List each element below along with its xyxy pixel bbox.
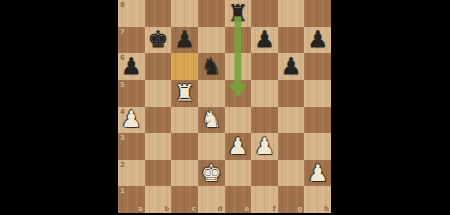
square-c2[interactable] — [171, 160, 198, 187]
square-g8[interactable] — [278, 0, 305, 27]
square-b6[interactable] — [145, 53, 172, 80]
square-b4[interactable] — [145, 107, 172, 134]
rank-label-7: 7 — [120, 28, 125, 36]
square-b8[interactable] — [145, 0, 172, 27]
square-g6[interactable]: ♟ — [278, 53, 305, 80]
square-e6[interactable] — [225, 53, 252, 80]
rank-label-2: 2 — [120, 161, 125, 169]
rank-label-5: 5 — [120, 81, 125, 89]
square-a4[interactable]: 4♟ — [118, 107, 145, 134]
file-label-d: d — [217, 205, 222, 213]
square-g3[interactable] — [278, 133, 305, 160]
black-pawn[interactable]: ♟ — [118, 53, 145, 80]
square-d4[interactable]: ♞ — [198, 107, 225, 134]
square-h1[interactable]: h — [304, 186, 331, 213]
file-label-e: e — [244, 205, 249, 213]
file-label-c: c — [192, 205, 196, 213]
file-label-f: f — [273, 205, 276, 213]
square-c5[interactable]: ♜ — [171, 80, 198, 107]
white-pawn[interactable]: ♟ — [251, 133, 278, 160]
black-king[interactable]: ♚ — [145, 27, 172, 54]
square-a2[interactable]: 2 — [118, 160, 145, 187]
square-a6[interactable]: 6♟ — [118, 53, 145, 80]
square-d1[interactable]: d — [198, 186, 225, 213]
square-h3[interactable] — [304, 133, 331, 160]
square-b1[interactable]: b — [145, 186, 172, 213]
square-b7[interactable]: ♚ — [145, 27, 172, 54]
rank-label-1: 1 — [120, 187, 125, 195]
white-king[interactable]: ♚ — [198, 160, 225, 187]
square-e1[interactable]: e — [225, 186, 252, 213]
square-c4[interactable] — [171, 107, 198, 134]
square-b5[interactable] — [145, 80, 172, 107]
square-e5[interactable] — [225, 80, 252, 107]
square-e2[interactable] — [225, 160, 252, 187]
square-d7[interactable] — [198, 27, 225, 54]
square-e7[interactable] — [225, 27, 252, 54]
file-label-a: a — [138, 205, 143, 213]
black-rook[interactable]: ♜ — [225, 0, 252, 27]
square-c3[interactable] — [171, 133, 198, 160]
black-pawn[interactable]: ♟ — [251, 27, 278, 54]
square-g2[interactable] — [278, 160, 305, 187]
square-d2[interactable]: ♚ — [198, 160, 225, 187]
screenshot-stage: 8♜7♚♟♟♟6♟♞♟5♜4♟♞3♟♟2♚♟1abcdefgh — [0, 0, 450, 215]
square-f4[interactable] — [251, 107, 278, 134]
square-d6[interactable]: ♞ — [198, 53, 225, 80]
square-h8[interactable] — [304, 0, 331, 27]
white-knight[interactable]: ♞ — [198, 107, 225, 134]
square-f8[interactable] — [251, 0, 278, 27]
black-pawn[interactable]: ♟ — [278, 53, 305, 80]
square-a7[interactable]: 7 — [118, 27, 145, 54]
square-g4[interactable] — [278, 107, 305, 134]
square-f7[interactable]: ♟ — [251, 27, 278, 54]
square-c6[interactable] — [171, 53, 198, 80]
square-a3[interactable]: 3 — [118, 133, 145, 160]
square-b3[interactable] — [145, 133, 172, 160]
letterbox-left — [0, 0, 118, 215]
square-c7[interactable]: ♟ — [171, 27, 198, 54]
square-c1[interactable]: c — [171, 186, 198, 213]
file-label-b: b — [164, 205, 169, 213]
rank-label-8: 8 — [120, 1, 125, 9]
white-pawn[interactable]: ♟ — [304, 160, 331, 187]
black-pawn[interactable]: ♟ — [304, 27, 331, 54]
square-g7[interactable] — [278, 27, 305, 54]
square-e8[interactable]: ♜ — [225, 0, 252, 27]
square-h2[interactable]: ♟ — [304, 160, 331, 187]
black-knight[interactable]: ♞ — [198, 53, 225, 80]
file-label-h: h — [324, 205, 329, 213]
square-f5[interactable] — [251, 80, 278, 107]
white-pawn[interactable]: ♟ — [225, 133, 252, 160]
square-h5[interactable] — [304, 80, 331, 107]
square-d5[interactable] — [198, 80, 225, 107]
square-h7[interactable]: ♟ — [304, 27, 331, 54]
square-d3[interactable] — [198, 133, 225, 160]
square-a1[interactable]: 1a — [118, 186, 145, 213]
rank-label-3: 3 — [120, 134, 125, 142]
chess-board[interactable]: 8♜7♚♟♟♟6♟♞♟5♜4♟♞3♟♟2♚♟1abcdefgh — [118, 0, 331, 213]
square-b2[interactable] — [145, 160, 172, 187]
square-a5[interactable]: 5 — [118, 80, 145, 107]
square-a8[interactable]: 8 — [118, 0, 145, 27]
square-h4[interactable] — [304, 107, 331, 134]
file-label-g: g — [297, 205, 302, 213]
square-e4[interactable] — [225, 107, 252, 134]
white-rook[interactable]: ♜ — [171, 80, 198, 107]
square-f3[interactable]: ♟ — [251, 133, 278, 160]
square-d8[interactable] — [198, 0, 225, 27]
square-g5[interactable] — [278, 80, 305, 107]
letterbox-right — [332, 0, 450, 215]
white-pawn[interactable]: ♟ — [118, 107, 145, 134]
square-g1[interactable]: g — [278, 186, 305, 213]
square-f2[interactable] — [251, 160, 278, 187]
black-pawn[interactable]: ♟ — [171, 27, 198, 54]
square-f1[interactable]: f — [251, 186, 278, 213]
square-h6[interactable] — [304, 53, 331, 80]
square-e3[interactable]: ♟ — [225, 133, 252, 160]
square-c8[interactable] — [171, 0, 198, 27]
square-f6[interactable] — [251, 53, 278, 80]
